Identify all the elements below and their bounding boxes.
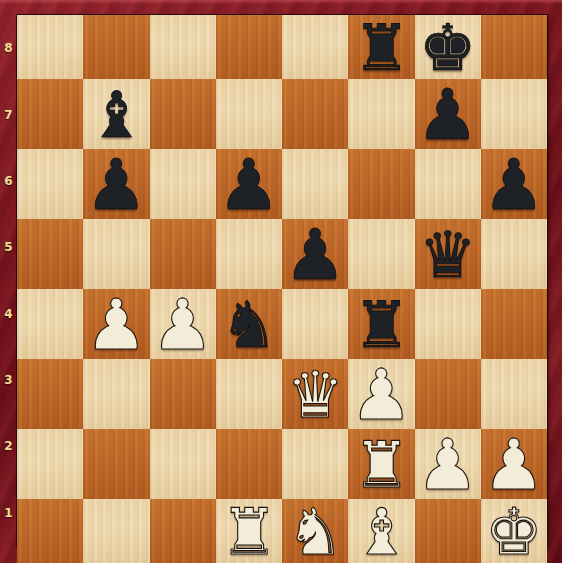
square-h1[interactable]: ♚ (481, 499, 547, 563)
white-bishop-icon[interactable]: ♝ (353, 500, 410, 563)
square-d1[interactable]: ♜ (216, 499, 282, 563)
square-f7[interactable] (348, 79, 414, 149)
square-f3[interactable]: ♟ (348, 359, 414, 429)
rank-label-7: 7 (0, 81, 17, 147)
black-pawn-icon[interactable]: ♟ (416, 80, 479, 150)
square-e6[interactable] (282, 149, 348, 219)
square-c2[interactable] (150, 429, 216, 499)
rank-label-2: 2 (0, 413, 17, 479)
square-h4[interactable] (481, 289, 547, 359)
square-c7[interactable] (150, 79, 216, 149)
black-rook-icon[interactable]: ♜ (353, 16, 410, 80)
square-e1[interactable]: ♞ (282, 499, 348, 563)
rank-label-8: 8 (0, 15, 17, 81)
rank-labels: 87654321 (0, 15, 17, 546)
white-pawn-icon[interactable]: ♟ (151, 290, 214, 360)
square-e5[interactable]: ♟ (282, 219, 348, 289)
white-pawn-icon[interactable]: ♟ (350, 360, 413, 430)
chessboard-frame: 87654321 abcdefgh ♜♚♝♟♟♟♟♟♛♟♟♞♜♛♟♜♟♟♜♞♝♚ (0, 0, 562, 563)
square-b7[interactable]: ♝ (83, 79, 149, 149)
square-c1[interactable] (150, 499, 216, 563)
square-a5[interactable] (17, 219, 83, 289)
white-knight-icon[interactable]: ♞ (286, 500, 343, 563)
square-a1[interactable] (17, 499, 83, 563)
square-d5[interactable] (216, 219, 282, 289)
square-f2[interactable]: ♜ (348, 429, 414, 499)
square-d6[interactable]: ♟ (216, 149, 282, 219)
square-e4[interactable] (282, 289, 348, 359)
square-g8[interactable]: ♚ (415, 15, 481, 79)
rank-label-3: 3 (0, 347, 17, 413)
square-a3[interactable] (17, 359, 83, 429)
square-h8[interactable] (481, 15, 547, 79)
square-c5[interactable] (150, 219, 216, 289)
black-king-icon[interactable]: ♚ (419, 16, 476, 80)
square-d4[interactable]: ♞ (216, 289, 282, 359)
square-h7[interactable] (481, 79, 547, 149)
square-b5[interactable] (83, 219, 149, 289)
square-g4[interactable] (415, 289, 481, 359)
square-d7[interactable] (216, 79, 282, 149)
square-a6[interactable] (17, 149, 83, 219)
rank-label-6: 6 (0, 148, 17, 214)
rank-label-5: 5 (0, 214, 17, 280)
square-h3[interactable] (481, 359, 547, 429)
square-g7[interactable]: ♟ (415, 79, 481, 149)
square-h5[interactable] (481, 219, 547, 289)
square-g3[interactable] (415, 359, 481, 429)
square-d3[interactable] (216, 359, 282, 429)
square-b2[interactable] (83, 429, 149, 499)
square-h2[interactable]: ♟ (481, 429, 547, 499)
black-knight-icon[interactable]: ♞ (220, 293, 277, 357)
square-g2[interactable]: ♟ (415, 429, 481, 499)
black-pawn-icon[interactable]: ♟ (85, 150, 148, 220)
square-c4[interactable]: ♟ (150, 289, 216, 359)
white-pawn-icon[interactable]: ♟ (85, 290, 148, 360)
square-e2[interactable] (282, 429, 348, 499)
rank-label-1: 1 (0, 480, 17, 546)
square-a2[interactable] (17, 429, 83, 499)
square-a4[interactable] (17, 289, 83, 359)
square-e3[interactable]: ♛ (282, 359, 348, 429)
black-pawn-icon[interactable]: ♟ (482, 150, 545, 220)
square-h6[interactable]: ♟ (481, 149, 547, 219)
square-c8[interactable] (150, 15, 216, 79)
black-rook-icon[interactable]: ♜ (353, 293, 410, 357)
black-queen-icon[interactable]: ♛ (419, 223, 476, 287)
square-b1[interactable] (83, 499, 149, 563)
square-b3[interactable] (83, 359, 149, 429)
square-f1[interactable]: ♝ (348, 499, 414, 563)
chess-board: ♜♚♝♟♟♟♟♟♛♟♟♞♜♛♟♜♟♟♜♞♝♚ (17, 15, 547, 546)
white-pawn-icon[interactable]: ♟ (482, 430, 545, 500)
square-a8[interactable] (17, 15, 83, 79)
square-b4[interactable]: ♟ (83, 289, 149, 359)
white-king-icon[interactable]: ♚ (485, 500, 542, 563)
rank-label-4: 4 (0, 281, 17, 347)
black-bishop-icon[interactable]: ♝ (88, 83, 145, 147)
black-pawn-icon[interactable]: ♟ (217, 150, 280, 220)
white-rook-icon[interactable]: ♜ (353, 433, 410, 497)
white-pawn-icon[interactable]: ♟ (416, 430, 479, 500)
square-f5[interactable] (348, 219, 414, 289)
square-d8[interactable] (216, 15, 282, 79)
white-rook-icon[interactable]: ♜ (220, 500, 277, 563)
square-c6[interactable] (150, 149, 216, 219)
square-f6[interactable] (348, 149, 414, 219)
square-g1[interactable] (415, 499, 481, 563)
square-e8[interactable] (282, 15, 348, 79)
square-b8[interactable] (83, 15, 149, 79)
square-c3[interactable] (150, 359, 216, 429)
square-b6[interactable]: ♟ (83, 149, 149, 219)
black-pawn-icon[interactable]: ♟ (284, 220, 347, 290)
square-d2[interactable] (216, 429, 282, 499)
square-g5[interactable]: ♛ (415, 219, 481, 289)
square-e7[interactable] (282, 79, 348, 149)
square-g6[interactable] (415, 149, 481, 219)
square-a7[interactable] (17, 79, 83, 149)
square-f4[interactable]: ♜ (348, 289, 414, 359)
white-queen-icon[interactable]: ♛ (286, 363, 343, 427)
square-f8[interactable]: ♜ (348, 15, 414, 79)
